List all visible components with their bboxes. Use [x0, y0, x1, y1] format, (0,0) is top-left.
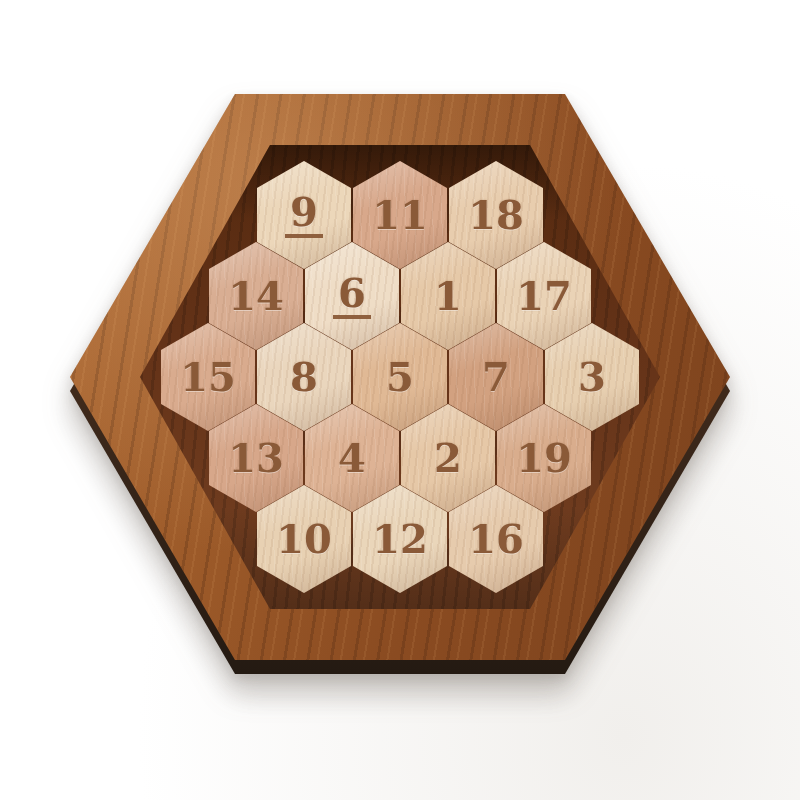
- tile-number: 5: [386, 357, 414, 397]
- tile-number: 15: [180, 357, 236, 397]
- tile-number: 12: [372, 519, 428, 559]
- tile-number: 4: [338, 438, 366, 478]
- product-photo-scene: 91118146117158573134219101216: [0, 0, 800, 800]
- tile-number: 2: [434, 438, 462, 478]
- tile-number-underlined: 9: [285, 192, 323, 238]
- tile-number: 3: [578, 357, 606, 397]
- hexagonal-wooden-tray: 91118146117158573134219101216: [0, 0, 800, 800]
- tile-number: 8: [290, 357, 318, 397]
- tile-number: 13: [228, 438, 284, 478]
- tile-number: 7: [482, 357, 510, 397]
- tile-number: 19: [516, 438, 572, 478]
- tile-number: 1: [434, 276, 462, 316]
- tile-number-underlined: 6: [333, 273, 371, 319]
- tile-number: 10: [276, 519, 332, 559]
- tile-cluster: 91118146117158573134219101216: [0, 0, 800, 800]
- tile-number: 14: [228, 276, 284, 316]
- tile-number: 11: [372, 195, 428, 235]
- tile-number: 18: [468, 195, 524, 235]
- tile-number: 16: [468, 519, 524, 559]
- tile-number: 17: [516, 276, 572, 316]
